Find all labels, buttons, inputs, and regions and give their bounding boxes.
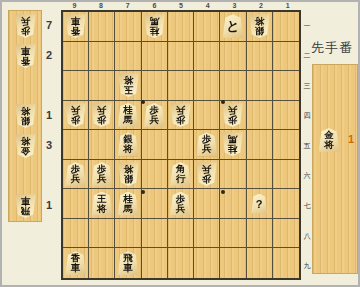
shogi-piece-香車[interactable]: 香車 [15, 44, 36, 68]
shogi-piece-歩兵[interactable]: 歩兵 [144, 103, 165, 127]
board-cell-3六[interactable] [220, 160, 246, 190]
board-cell-4一[interactable] [194, 12, 220, 42]
gote-hand-count-香車: 2 [46, 49, 52, 61]
board-cell-3九[interactable] [220, 248, 246, 278]
piece-kanji: 馬 [228, 134, 238, 144]
board-cell-2六[interactable] [247, 160, 273, 190]
piece-kanji: 将 [123, 144, 133, 154]
piece-kanji: 行 [176, 174, 186, 184]
board-cell-6八[interactable] [142, 219, 168, 249]
board-cell-7二[interactable] [115, 42, 141, 72]
shogi-piece-桂馬[interactable]: 桂馬 [144, 14, 165, 38]
star-point [221, 100, 225, 104]
gote-hand-count-飛車: 1 [46, 199, 52, 211]
piece-kanji: 兵 [202, 144, 212, 154]
piece-kanji: 玉 [123, 85, 133, 95]
shogi-piece-歩兵[interactable]: 歩兵 [91, 103, 112, 127]
board-cell-4四[interactable] [194, 101, 220, 131]
shogi-piece-歩兵[interactable]: 歩兵 [170, 103, 191, 127]
board-cell-8七[interactable]: 王将 [89, 189, 115, 219]
shogi-piece-歩兵[interactable]: 歩兵 [15, 14, 36, 38]
board-cell-8五[interactable] [89, 130, 115, 160]
piece-kanji: 歩 [97, 115, 107, 125]
board-cell-1七[interactable] [273, 189, 299, 219]
gote-hand-count-銀将: 1 [46, 109, 52, 121]
shogi-piece-歩兵[interactable]: 歩兵 [170, 192, 191, 216]
shogi-piece-と[interactable]: と [222, 14, 243, 38]
gote-hand-count-歩兵: 7 [46, 19, 52, 31]
shogi-piece-歩兵[interactable]: 歩兵 [65, 103, 86, 127]
star-point [141, 100, 145, 104]
shogi-piece-王将[interactable]: 王将 [91, 192, 112, 216]
shogi-piece-銀将[interactable]: 銀将 [118, 162, 139, 186]
board-cell-7七[interactable]: 桂馬 [115, 189, 141, 219]
piece-kanji: 歩 [176, 115, 186, 125]
board-cell-1六[interactable] [273, 160, 299, 190]
star-point [221, 190, 225, 194]
board-cell-6六[interactable] [142, 160, 168, 190]
board-cell-3五[interactable]: 桂馬 [220, 130, 246, 160]
piece-kanji: 兵 [71, 105, 81, 115]
shogi-piece-香車[interactable]: 香車 [65, 251, 86, 275]
board-cell-1四[interactable] [273, 101, 299, 131]
board-cell-9四[interactable]: 歩兵 [63, 101, 89, 131]
piece-kanji: 兵 [150, 115, 160, 125]
board-cell-6三[interactable] [142, 71, 168, 101]
rank-label-八: 八 [302, 231, 312, 241]
piece-kanji: 兵 [176, 204, 186, 214]
piece-kanji: 将 [20, 106, 30, 116]
shogi-piece-金将[interactable]: 金将 [319, 128, 340, 152]
piece-kanji: 将 [97, 204, 107, 214]
piece-kanji: 馬 [123, 115, 133, 125]
board-cell-5九[interactable] [168, 248, 194, 278]
board-cell-8六[interactable]: 歩兵 [89, 160, 115, 190]
rank-label-九: 九 [302, 261, 312, 271]
shogi-piece-香車[interactable]: 香車 [65, 14, 86, 38]
piece-kanji: 銀 [20, 116, 30, 126]
board-cell-6一[interactable]: 桂馬 [142, 12, 168, 42]
board-cell-9九[interactable]: 香車 [63, 248, 89, 278]
board-cell-1八[interactable] [273, 219, 299, 249]
piece-kanji: 金 [20, 146, 30, 156]
board-cell-9七[interactable] [63, 189, 89, 219]
board-cell-1九[interactable] [273, 248, 299, 278]
board-cell-9六[interactable]: 歩兵 [63, 160, 89, 190]
board-cell-5七[interactable]: 歩兵 [168, 189, 194, 219]
board-cell-7九[interactable]: 飛車 [115, 248, 141, 278]
rank-label-五: 五 [302, 141, 312, 151]
file-label-8: 8 [88, 2, 115, 10]
piece-kanji: 銀 [123, 174, 133, 184]
board-cell-7五[interactable]: 銀将 [115, 130, 141, 160]
rank-label-四: 四 [302, 111, 312, 121]
board-cell-9二[interactable] [63, 42, 89, 72]
piece-kanji: 飛 [20, 206, 30, 216]
board-cell-1三[interactable] [273, 71, 299, 101]
shogi-piece-銀将[interactable]: 銀将 [118, 132, 139, 156]
board-cell-1二[interactable] [273, 42, 299, 72]
shogi-piece-桂馬[interactable]: 桂馬 [118, 192, 139, 216]
board-cell-5五[interactable] [168, 130, 194, 160]
piece-kanji: 兵 [202, 164, 212, 174]
shogi-piece-歩兵[interactable]: 歩兵 [65, 162, 86, 186]
piece-kanji: 将 [254, 16, 264, 26]
rank-label-三: 三 [302, 81, 312, 91]
board-cell-8一[interactable] [89, 12, 115, 42]
board-cell-5一[interactable] [168, 12, 194, 42]
shogi-piece-桂馬[interactable]: 桂馬 [118, 103, 139, 127]
board-cell-3八[interactable] [220, 219, 246, 249]
piece-kanji: 兵 [20, 16, 30, 26]
shogi-piece-桂馬[interactable]: 桂馬 [222, 132, 243, 156]
file-label-3: 3 [221, 2, 248, 10]
board-cell-3二[interactable] [220, 42, 246, 72]
piece-kanji: 将 [324, 140, 334, 150]
piece-kanji: 兵 [71, 174, 81, 184]
gote-hand-slot-歩兵[interactable]: 歩兵 [10, 11, 40, 41]
board-cell-8三[interactable] [89, 71, 115, 101]
shogi-piece-金将[interactable]: 金将 [15, 134, 36, 158]
piece-kanji: 将 [123, 164, 133, 174]
file-label-9: 9 [61, 2, 88, 10]
shogi-piece-歩兵[interactable]: 歩兵 [196, 162, 217, 186]
board-cell-9五[interactable] [63, 130, 89, 160]
board-cell-4九[interactable] [194, 248, 220, 278]
gote-hand-slot-銀将[interactable]: 銀将 [10, 101, 40, 131]
shogi-piece-銀将[interactable]: 銀将 [15, 104, 36, 128]
board-cell-2二[interactable] [247, 42, 273, 72]
file-label-7: 7 [114, 2, 141, 10]
piece-kanji: 桂 [228, 144, 238, 154]
hidden-piece[interactable]: ? [251, 194, 267, 214]
gote-hand-slot-香車[interactable]: 香車 [10, 41, 40, 71]
piece-kanji: 馬 [123, 204, 133, 214]
board-cell-2三[interactable] [247, 71, 273, 101]
piece-kanji: 兵 [228, 105, 238, 115]
board-cell-5二[interactable] [168, 42, 194, 72]
board-cell-1五[interactable] [273, 130, 299, 160]
file-label-6: 6 [141, 2, 168, 10]
piece-kanji: ? [256, 198, 263, 210]
shogi-piece-歩兵[interactable]: 歩兵 [196, 132, 217, 156]
piece-kanji: 歩 [71, 115, 81, 125]
board-cell-2一[interactable]: 銀将 [247, 12, 273, 42]
board-cell-3一[interactable]: と [220, 12, 246, 42]
board-cell-8八[interactable] [89, 219, 115, 249]
board-cell-4八[interactable] [194, 219, 220, 249]
board-cell-9一[interactable]: 香車 [63, 12, 89, 42]
rank-label-一: 一 [302, 21, 312, 31]
board-cell-7三[interactable]: 玉将 [115, 71, 141, 101]
board-cell-6七[interactable] [142, 189, 168, 219]
file-label-5: 5 [168, 2, 195, 10]
star-point [141, 190, 145, 194]
piece-kanji: 車 [123, 263, 133, 273]
gote-hand-slot-金将[interactable]: 金将 [10, 131, 40, 161]
board-cell-2七[interactable]: ? [247, 189, 273, 219]
piece-kanji: 桂 [150, 26, 160, 36]
shogi-piece-歩兵[interactable]: 歩兵 [91, 162, 112, 186]
board-cell-5八[interactable] [168, 219, 194, 249]
shogi-board: 香車桂馬と銀将玉将歩兵歩兵桂馬歩兵歩兵歩兵銀将歩兵桂馬歩兵歩兵銀将角行歩兵王将桂… [61, 10, 301, 280]
rank-label-二: 二 [302, 51, 312, 61]
piece-kanji: 車 [20, 46, 30, 56]
board-cell-4六[interactable]: 歩兵 [194, 160, 220, 190]
board-cell-3四[interactable]: 歩兵 [220, 101, 246, 131]
gote-hand-count-金将: 3 [46, 139, 52, 151]
turn-indicator: 先手番 [311, 39, 360, 57]
board-cell-5四[interactable]: 歩兵 [168, 101, 194, 131]
piece-kanji: 香 [71, 26, 81, 36]
piece-kanji: 銀 [254, 26, 264, 36]
shogi-piece-玉将[interactable]: 玉将 [118, 73, 139, 97]
board-cell-6九[interactable] [142, 248, 168, 278]
rank-label-七: 七 [302, 201, 312, 211]
shogi-piece-歩兵[interactable]: 歩兵 [222, 103, 243, 127]
sente-hand-tray: 金将 [312, 64, 358, 274]
board-cell-2四[interactable] [247, 101, 273, 131]
board-cell-4七[interactable] [194, 189, 220, 219]
piece-kanji: 兵 [97, 174, 107, 184]
board-cell-9三[interactable] [63, 71, 89, 101]
shogi-app-window: 香車桂馬と銀将玉将歩兵歩兵桂馬歩兵歩兵歩兵銀将歩兵桂馬歩兵歩兵銀将角行歩兵王将桂… [0, 0, 360, 287]
board-cell-5三[interactable] [168, 71, 194, 101]
board-cell-6四[interactable]: 歩兵 [142, 101, 168, 131]
gote-hand-tray: 歩兵香車銀将金将飛車 [8, 10, 42, 222]
board-cell-8四[interactable]: 歩兵 [89, 101, 115, 131]
board-cell-8九[interactable] [89, 248, 115, 278]
board-cell-1一[interactable] [273, 12, 299, 42]
piece-kanji: 将 [20, 136, 30, 146]
board-cell-2五[interactable] [247, 130, 273, 160]
file-label-1: 1 [274, 2, 301, 10]
gote-hand-slot-飛車[interactable]: 飛車 [10, 191, 40, 221]
piece-kanji: 兵 [97, 105, 107, 115]
rank-label-六: 六 [302, 171, 312, 181]
board-cell-7六[interactable]: 銀将 [115, 160, 141, 190]
board-cell-7一[interactable] [115, 12, 141, 42]
piece-kanji: 香 [20, 56, 30, 66]
piece-kanji: 将 [123, 75, 133, 85]
board-cell-4五[interactable]: 歩兵 [194, 130, 220, 160]
board-cell-6五[interactable] [142, 130, 168, 160]
shogi-piece-銀将[interactable]: 銀将 [249, 14, 270, 38]
piece-kanji: 兵 [176, 105, 186, 115]
board-cell-3三[interactable] [220, 71, 246, 101]
sente-hand-count-金将: 1 [348, 133, 354, 145]
board-cell-4二[interactable] [194, 42, 220, 72]
piece-kanji: 歩 [202, 174, 212, 184]
shogi-piece-角行[interactable]: 角行 [170, 162, 191, 186]
board-cell-7四[interactable]: 桂馬 [115, 101, 141, 131]
piece-kanji: 馬 [150, 16, 160, 26]
piece-kanji: 車 [20, 196, 30, 206]
board-cell-9八[interactable] [63, 219, 89, 249]
piece-kanji: 車 [71, 263, 81, 273]
board-cell-2八[interactable] [247, 219, 273, 249]
shogi-piece-飛車[interactable]: 飛車 [118, 251, 139, 275]
file-label-4: 4 [194, 2, 221, 10]
board-cell-6二[interactable] [142, 42, 168, 72]
sente-hand-slot-金将[interactable]: 金将 [314, 125, 344, 155]
board-cell-5六[interactable]: 角行 [168, 160, 194, 190]
file-label-2: 2 [248, 2, 275, 10]
board-cell-4三[interactable] [194, 71, 220, 101]
piece-kanji: と [226, 19, 239, 33]
piece-kanji: 歩 [20, 26, 30, 36]
board-cell-3七[interactable] [220, 189, 246, 219]
piece-kanji: 車 [71, 16, 81, 26]
board-cell-7八[interactable] [115, 219, 141, 249]
board-cell-8二[interactable] [89, 42, 115, 72]
piece-kanji: 歩 [228, 115, 238, 125]
board-cell-2九[interactable] [247, 248, 273, 278]
shogi-piece-飛車[interactable]: 飛車 [15, 194, 36, 218]
